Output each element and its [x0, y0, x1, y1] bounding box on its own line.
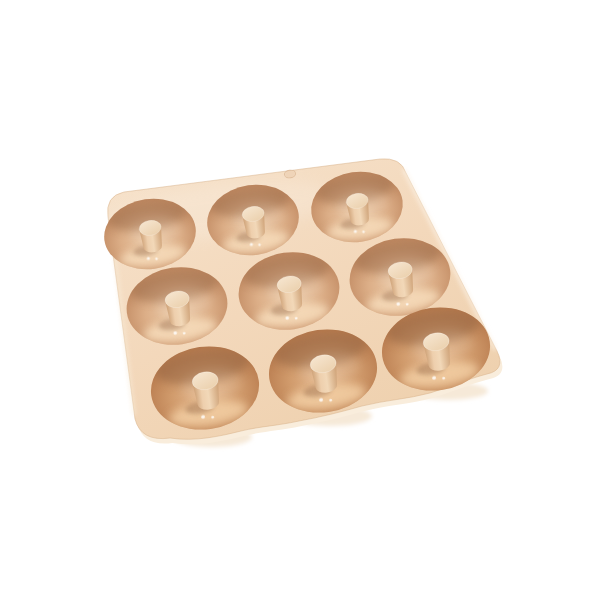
donut-mold-illustration: 9-cavity silicone donut baking mold [0, 0, 600, 600]
product-photo: 9-cavity silicone donut baking mold [0, 0, 600, 600]
